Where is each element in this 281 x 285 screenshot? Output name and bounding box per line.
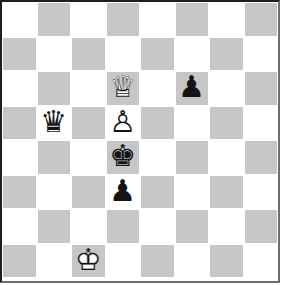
square-d5[interactable]: ♟♙	[106, 106, 141, 141]
square-e3[interactable]	[140, 175, 175, 210]
square-d1[interactable]	[106, 244, 141, 279]
white-queen-outline: ♕	[109, 69, 136, 104]
square-f4[interactable]	[175, 140, 210, 175]
square-c7[interactable]	[71, 37, 106, 72]
square-e6[interactable]	[140, 71, 175, 106]
black-pawn[interactable]: ♟	[109, 176, 136, 206]
square-e4[interactable]	[140, 140, 175, 175]
square-h7[interactable]	[244, 37, 279, 72]
square-g8[interactable]	[209, 2, 244, 37]
square-c4[interactable]	[71, 140, 106, 175]
square-a1[interactable]	[2, 244, 37, 279]
square-f2[interactable]	[175, 209, 210, 244]
square-g7[interactable]	[209, 37, 244, 72]
square-c6[interactable]	[71, 71, 106, 106]
white-king-outline: ♔	[75, 242, 102, 277]
square-h4[interactable]	[244, 140, 279, 175]
square-a7[interactable]	[2, 37, 37, 72]
black-queen[interactable]: ♛	[40, 107, 67, 137]
square-c3[interactable]	[71, 175, 106, 210]
square-b7[interactable]	[37, 37, 72, 72]
square-d8[interactable]	[106, 2, 141, 37]
square-e1[interactable]	[140, 244, 175, 279]
square-f5[interactable]	[175, 106, 210, 141]
white-pawn-outline: ♙	[109, 104, 136, 139]
square-e7[interactable]	[140, 37, 175, 72]
square-c8[interactable]	[71, 2, 106, 37]
square-b1[interactable]	[37, 244, 72, 279]
square-c5[interactable]	[71, 106, 106, 141]
square-c2[interactable]	[71, 209, 106, 244]
square-f7[interactable]	[175, 37, 210, 72]
square-h8[interactable]	[244, 2, 279, 37]
square-d4[interactable]: ♚	[106, 140, 141, 175]
square-a5[interactable]	[2, 106, 37, 141]
white-king[interactable]: ♚♔	[75, 245, 102, 275]
white-queen[interactable]: ♛♕	[109, 72, 136, 102]
square-g5[interactable]	[209, 106, 244, 141]
square-a3[interactable]	[2, 175, 37, 210]
square-h5[interactable]	[244, 106, 279, 141]
square-b6[interactable]	[37, 71, 72, 106]
square-e5[interactable]	[140, 106, 175, 141]
square-b8[interactable]	[37, 2, 72, 37]
square-d6[interactable]: ♛♕	[106, 71, 141, 106]
square-b5[interactable]: ♛	[37, 106, 72, 141]
square-h1[interactable]	[244, 244, 279, 279]
square-c1[interactable]: ♚♔	[71, 244, 106, 279]
square-b3[interactable]	[37, 175, 72, 210]
square-a4[interactable]	[2, 140, 37, 175]
chess-board: ♛♕♟♛♟♙♚♟♚♔	[2, 2, 278, 278]
square-b2[interactable]	[37, 209, 72, 244]
square-h3[interactable]	[244, 175, 279, 210]
square-g4[interactable]	[209, 140, 244, 175]
square-f8[interactable]	[175, 2, 210, 37]
square-h2[interactable]	[244, 209, 279, 244]
square-a2[interactable]	[2, 209, 37, 244]
white-pawn[interactable]: ♟♙	[109, 107, 136, 137]
square-a6[interactable]	[2, 71, 37, 106]
black-king[interactable]: ♚	[109, 141, 136, 171]
square-d7[interactable]	[106, 37, 141, 72]
square-f3[interactable]	[175, 175, 210, 210]
square-g2[interactable]	[209, 209, 244, 244]
square-f1[interactable]	[175, 244, 210, 279]
square-g6[interactable]	[209, 71, 244, 106]
square-d2[interactable]	[106, 209, 141, 244]
chess-board-frame: ♛♕♟♛♟♙♚♟♚♔	[0, 0, 280, 283]
square-g1[interactable]	[209, 244, 244, 279]
square-d3[interactable]: ♟	[106, 175, 141, 210]
square-e2[interactable]	[140, 209, 175, 244]
square-a8[interactable]	[2, 2, 37, 37]
square-b4[interactable]	[37, 140, 72, 175]
square-g3[interactable]	[209, 175, 244, 210]
square-h6[interactable]	[244, 71, 279, 106]
square-f6[interactable]: ♟	[175, 71, 210, 106]
black-pawn[interactable]: ♟	[178, 72, 205, 102]
square-e8[interactable]	[140, 2, 175, 37]
